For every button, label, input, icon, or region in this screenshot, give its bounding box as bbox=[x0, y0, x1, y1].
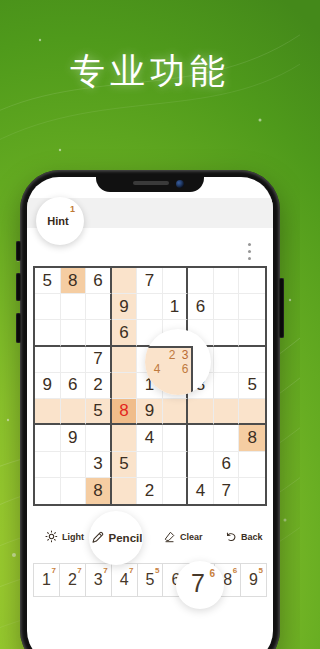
cell-r7c3[interactable] bbox=[86, 425, 112, 451]
clear-label: Clear bbox=[180, 532, 203, 542]
cell-r3c8[interactable] bbox=[214, 320, 240, 346]
cell-r4c2[interactable] bbox=[61, 347, 87, 373]
magnified-digit-count: 6 bbox=[209, 568, 215, 579]
cell-r5c3[interactable]: 2 bbox=[86, 373, 112, 399]
cell-r4c1[interactable] bbox=[35, 347, 61, 373]
cell-r5c1[interactable]: 9 bbox=[35, 373, 61, 399]
cell-r8c1[interactable] bbox=[35, 452, 61, 478]
cell-r8c3[interactable]: 3 bbox=[86, 452, 112, 478]
sudoku-grid: 5867916679621355899483568247 bbox=[33, 266, 267, 506]
cell-r9c6[interactable] bbox=[163, 478, 189, 504]
cell-r1c4[interactable] bbox=[112, 268, 138, 294]
cell-r9c1[interactable] bbox=[35, 478, 61, 504]
cell-r6c2[interactable] bbox=[61, 399, 87, 425]
numpad-remaining-count: 7 bbox=[51, 566, 55, 575]
cell-r1c2[interactable]: 8 bbox=[61, 268, 87, 294]
cell-r1c8[interactable] bbox=[214, 268, 240, 294]
page-title: 专业功能 bbox=[0, 48, 300, 95]
numpad-remaining-count: 5 bbox=[259, 566, 263, 575]
cell-r8c7[interactable] bbox=[188, 452, 214, 478]
pencil-note: 6 bbox=[179, 362, 191, 376]
phone-frame: Hint 1 5867916679621355899483568247 2 3 … bbox=[20, 170, 280, 649]
cell-r6c4[interactable]: 8 bbox=[112, 399, 138, 425]
cell-r8c8[interactable]: 6 bbox=[214, 452, 240, 478]
hint-button[interactable]: Hint 1 bbox=[36, 197, 84, 245]
cell-r8c6[interactable] bbox=[163, 452, 189, 478]
numpad-digit: 4 bbox=[120, 571, 129, 589]
cell-r6c8[interactable] bbox=[214, 399, 240, 425]
speaker-grille bbox=[133, 181, 169, 185]
numpad-remaining-count: 5 bbox=[155, 566, 159, 575]
cell-r3c3[interactable] bbox=[86, 320, 112, 346]
cell-r6c1[interactable] bbox=[35, 399, 61, 425]
cell-r2c3[interactable] bbox=[86, 294, 112, 320]
undo-icon bbox=[224, 530, 237, 543]
phone-notch bbox=[96, 177, 204, 192]
cell-r9c5[interactable]: 2 bbox=[137, 478, 163, 504]
cell-r2c2[interactable] bbox=[61, 294, 87, 320]
volume-down-button bbox=[16, 313, 21, 343]
cell-r7c6[interactable] bbox=[163, 425, 189, 451]
cell-r9c7[interactable]: 4 bbox=[188, 478, 214, 504]
cell-r7c5[interactable]: 4 bbox=[137, 425, 163, 451]
pencil-icon bbox=[90, 530, 105, 547]
numpad-digit: 1 bbox=[42, 571, 51, 589]
cell-r4c4[interactable] bbox=[112, 347, 138, 373]
notes-magnifier-loupe: 2 3 4 6 bbox=[145, 329, 211, 395]
cell-r1c7[interactable] bbox=[188, 268, 214, 294]
cell-r2c9[interactable] bbox=[239, 294, 265, 320]
pencil-button[interactable]: Pencil bbox=[89, 511, 143, 565]
numpad-3[interactable]: 37 bbox=[85, 563, 112, 597]
eraser-icon bbox=[163, 530, 176, 543]
cell-r6c9[interactable] bbox=[239, 399, 265, 425]
cell-r9c4[interactable] bbox=[112, 478, 138, 504]
pencil-note: 4 bbox=[151, 362, 163, 376]
cell-r8c9[interactable] bbox=[239, 452, 265, 478]
hint-count-badge: 1 bbox=[70, 204, 75, 214]
numpad-digit: 5 bbox=[146, 571, 155, 589]
cell-r7c2[interactable]: 9 bbox=[61, 425, 87, 451]
light-button[interactable]: Light bbox=[45, 530, 84, 543]
cell-r7c8[interactable] bbox=[214, 425, 240, 451]
cell-r7c9[interactable]: 8 bbox=[239, 425, 265, 451]
cell-r5c2[interactable]: 6 bbox=[61, 373, 87, 399]
cell-r1c1[interactable]: 5 bbox=[35, 268, 61, 294]
numpad-1[interactable]: 17 bbox=[33, 563, 60, 597]
numpad-2[interactable]: 27 bbox=[59, 563, 86, 597]
pencil-note: 3 bbox=[179, 348, 191, 362]
number-pad: 17273747556768695 bbox=[33, 563, 267, 597]
cell-r8c5[interactable] bbox=[137, 452, 163, 478]
numpad-5[interactable]: 55 bbox=[137, 563, 164, 597]
cell-r2c8[interactable] bbox=[214, 294, 240, 320]
app-screen: Hint 1 5867916679621355899483568247 2 3 … bbox=[27, 177, 273, 649]
cell-r1c9[interactable] bbox=[239, 268, 265, 294]
pencil-note: 2 bbox=[166, 348, 178, 362]
hint-label: Hint bbox=[36, 215, 80, 227]
cell-r2c4[interactable]: 9 bbox=[112, 294, 138, 320]
cell-r7c7[interactable] bbox=[188, 425, 214, 451]
cell-r3c9[interactable] bbox=[239, 320, 265, 346]
numpad-digit: 2 bbox=[68, 571, 77, 589]
numpad-9[interactable]: 95 bbox=[240, 563, 267, 597]
cell-r6c3[interactable]: 5 bbox=[86, 399, 112, 425]
cell-r2c6[interactable]: 1 bbox=[163, 294, 189, 320]
cell-r1c6[interactable] bbox=[163, 268, 189, 294]
brightness-icon bbox=[45, 530, 58, 543]
cell-r3c4[interactable]: 6 bbox=[112, 320, 138, 346]
cell-r5c8[interactable] bbox=[214, 373, 240, 399]
cell-r2c5[interactable] bbox=[137, 294, 163, 320]
numpad-remaining-count: 7 bbox=[77, 566, 81, 575]
cell-r4c9[interactable] bbox=[239, 347, 265, 373]
numpad-remaining-count: 6 bbox=[233, 566, 237, 575]
numpad-magnifier-loupe: 7 6 bbox=[176, 561, 224, 609]
front-camera bbox=[176, 180, 184, 188]
power-button bbox=[279, 278, 284, 338]
numpad-digit: 8 bbox=[223, 571, 232, 589]
cell-r8c2[interactable] bbox=[61, 452, 87, 478]
mute-switch bbox=[16, 241, 21, 261]
cell-r4c3[interactable]: 7 bbox=[86, 347, 112, 373]
pencil-label: Pencil bbox=[109, 532, 143, 544]
cell-r6c6[interactable] bbox=[163, 399, 189, 425]
cell-r3c1[interactable] bbox=[35, 320, 61, 346]
kebab-menu-icon[interactable] bbox=[245, 243, 253, 260]
cell-r6c5[interactable]: 9 bbox=[137, 399, 163, 425]
cell-r7c1[interactable] bbox=[35, 425, 61, 451]
cell-r1c5[interactable]: 7 bbox=[137, 268, 163, 294]
magnified-box-line-vertical bbox=[191, 346, 193, 395]
cell-r8c4[interactable]: 5 bbox=[112, 452, 138, 478]
numpad-digit: 9 bbox=[249, 571, 258, 589]
numpad-remaining-count: 7 bbox=[103, 566, 107, 575]
back-label: Back bbox=[241, 532, 263, 542]
cell-r2c1[interactable] bbox=[35, 294, 61, 320]
cell-r2c7[interactable]: 6 bbox=[188, 294, 214, 320]
cell-r6c7[interactable] bbox=[188, 399, 214, 425]
light-label: Light bbox=[62, 532, 84, 542]
cell-r5c4[interactable] bbox=[112, 373, 138, 399]
volume-up-button bbox=[16, 273, 21, 301]
numpad-remaining-count: 7 bbox=[129, 566, 133, 575]
cell-r1c3[interactable]: 6 bbox=[86, 268, 112, 294]
numpad-4[interactable]: 47 bbox=[111, 563, 138, 597]
cell-r9c2[interactable] bbox=[61, 478, 87, 504]
cell-r7c4[interactable] bbox=[112, 425, 138, 451]
cell-r5c9[interactable]: 5 bbox=[239, 373, 265, 399]
cell-r9c3[interactable]: 8 bbox=[86, 478, 112, 504]
cell-r9c8[interactable]: 7 bbox=[214, 478, 240, 504]
back-button[interactable]: Back bbox=[224, 530, 263, 543]
numpad-digit: 3 bbox=[94, 571, 103, 589]
clear-button[interactable]: Clear bbox=[163, 530, 203, 543]
cell-r3c2[interactable] bbox=[61, 320, 87, 346]
cell-r4c8[interactable] bbox=[214, 347, 240, 373]
cell-r9c9[interactable] bbox=[239, 478, 265, 504]
promo-screenshot: { "title": "专业功能", "game": "sudoku", "po… bbox=[0, 0, 300, 649]
